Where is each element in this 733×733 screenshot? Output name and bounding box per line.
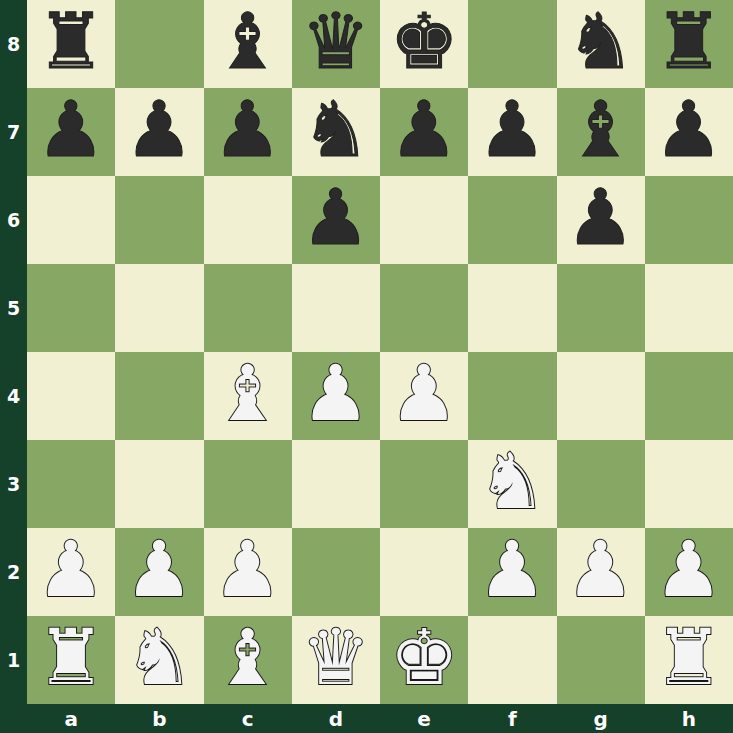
white-rook[interactable]: ♜ [37,619,106,696]
black-queen[interactable]: ♛ [301,3,370,80]
board: ♜♝♛♚♞♜♟♟♟♞♟♟♝♟♟♟♝♟♟♞♟♟♟♟♟♟♜♞♝♛♚♜ [27,0,733,704]
square-e4[interactable]: ♟ [380,352,468,440]
square-f1[interactable] [468,616,556,704]
black-rook[interactable]: ♜ [37,3,106,80]
white-pawn[interactable]: ♟ [478,531,547,608]
rank-label-3: 3 [0,440,27,528]
square-d6[interactable]: ♟ [292,176,380,264]
white-queen[interactable]: ♛ [301,619,370,696]
black-pawn[interactable]: ♟ [213,91,282,168]
square-f8[interactable] [468,0,556,88]
rank-label-5: 5 [0,264,27,352]
square-b3[interactable] [115,440,203,528]
square-g6[interactable]: ♟ [557,176,645,264]
square-b7[interactable]: ♟ [115,88,203,176]
black-pawn[interactable]: ♟ [125,91,194,168]
square-d2[interactable] [292,528,380,616]
white-pawn[interactable]: ♟ [390,355,459,432]
board-corner [0,704,27,733]
square-e7[interactable]: ♟ [380,88,468,176]
rank-label-4: 4 [0,352,27,440]
file-label-a: a [27,704,115,733]
square-c2[interactable]: ♟ [204,528,292,616]
square-b6[interactable] [115,176,203,264]
square-c1[interactable]: ♝ [204,616,292,704]
square-g1[interactable] [557,616,645,704]
square-d3[interactable] [292,440,380,528]
black-pawn[interactable]: ♟ [654,91,723,168]
square-g2[interactable]: ♟ [557,528,645,616]
black-pawn[interactable]: ♟ [390,91,459,168]
black-pawn[interactable]: ♟ [566,179,635,256]
square-d7[interactable]: ♞ [292,88,380,176]
white-knight[interactable]: ♞ [478,443,547,520]
file-labels: abcdefgh [27,704,733,733]
white-pawn[interactable]: ♟ [125,531,194,608]
black-bishop[interactable]: ♝ [213,3,282,80]
square-g8[interactable]: ♞ [557,0,645,88]
square-c8[interactable]: ♝ [204,0,292,88]
square-g3[interactable] [557,440,645,528]
white-pawn[interactable]: ♟ [37,531,106,608]
square-a3[interactable] [27,440,115,528]
square-c5[interactable] [204,264,292,352]
white-pawn[interactable]: ♟ [566,531,635,608]
black-pawn[interactable]: ♟ [37,91,106,168]
rank-label-6: 6 [0,176,27,264]
square-a8[interactable]: ♜ [27,0,115,88]
file-label-b: b [115,704,203,733]
square-h2[interactable]: ♟ [645,528,733,616]
file-label-g: g [557,704,645,733]
square-a5[interactable] [27,264,115,352]
rank-label-1: 1 [0,616,27,704]
square-h1[interactable]: ♜ [645,616,733,704]
square-d4[interactable]: ♟ [292,352,380,440]
square-h7[interactable]: ♟ [645,88,733,176]
file-label-f: f [468,704,556,733]
white-knight[interactable]: ♞ [125,619,194,696]
square-b5[interactable] [115,264,203,352]
square-h6[interactable] [645,176,733,264]
white-pawn[interactable]: ♟ [213,531,282,608]
square-b2[interactable]: ♟ [115,528,203,616]
square-g5[interactable] [557,264,645,352]
black-bishop[interactable]: ♝ [566,91,635,168]
square-h4[interactable] [645,352,733,440]
file-label-d: d [292,704,380,733]
chessboard: 87654321 ♜♝♛♚♞♜♟♟♟♞♟♟♝♟♟♟♝♟♟♞♟♟♟♟♟♟♜♞♝♛♚… [0,0,733,733]
square-h8[interactable]: ♜ [645,0,733,88]
rank-label-2: 2 [0,528,27,616]
rank-label-7: 7 [0,88,27,176]
square-c7[interactable]: ♟ [204,88,292,176]
square-a6[interactable] [27,176,115,264]
black-knight[interactable]: ♞ [301,91,370,168]
square-c4[interactable]: ♝ [204,352,292,440]
square-e3[interactable] [380,440,468,528]
file-label-h: h [645,704,733,733]
square-a2[interactable]: ♟ [27,528,115,616]
square-h3[interactable] [645,440,733,528]
square-e8[interactable]: ♚ [380,0,468,88]
square-f6[interactable] [468,176,556,264]
square-f5[interactable] [468,264,556,352]
square-f2[interactable]: ♟ [468,528,556,616]
square-e2[interactable] [380,528,468,616]
square-e1[interactable]: ♚ [380,616,468,704]
square-f7[interactable]: ♟ [468,88,556,176]
black-knight[interactable]: ♞ [566,3,635,80]
square-d8[interactable]: ♛ [292,0,380,88]
square-c6[interactable] [204,176,292,264]
rank-label-8: 8 [0,0,27,88]
square-b4[interactable] [115,352,203,440]
white-pawn[interactable]: ♟ [654,531,723,608]
black-pawn[interactable]: ♟ [478,91,547,168]
white-bishop[interactable]: ♝ [213,355,282,432]
square-a7[interactable]: ♟ [27,88,115,176]
square-g4[interactable] [557,352,645,440]
file-label-e: e [380,704,468,733]
square-h5[interactable] [645,264,733,352]
square-a1[interactable]: ♜ [27,616,115,704]
square-f3[interactable]: ♞ [468,440,556,528]
white-pawn[interactable]: ♟ [301,355,370,432]
rank-labels: 87654321 [0,0,27,704]
black-rook[interactable]: ♜ [654,3,723,80]
white-king[interactable]: ♚ [390,619,459,696]
square-d5[interactable] [292,264,380,352]
file-label-c: c [204,704,292,733]
white-rook[interactable]: ♜ [654,619,723,696]
black-king[interactable]: ♚ [390,3,459,80]
square-e5[interactable] [380,264,468,352]
square-d1[interactable]: ♛ [292,616,380,704]
black-pawn[interactable]: ♟ [301,179,370,256]
square-g7[interactable]: ♝ [557,88,645,176]
square-e6[interactable] [380,176,468,264]
white-bishop[interactable]: ♝ [213,619,282,696]
square-b1[interactable]: ♞ [115,616,203,704]
square-f4[interactable] [468,352,556,440]
square-c3[interactable] [204,440,292,528]
square-b8[interactable] [115,0,203,88]
square-a4[interactable] [27,352,115,440]
